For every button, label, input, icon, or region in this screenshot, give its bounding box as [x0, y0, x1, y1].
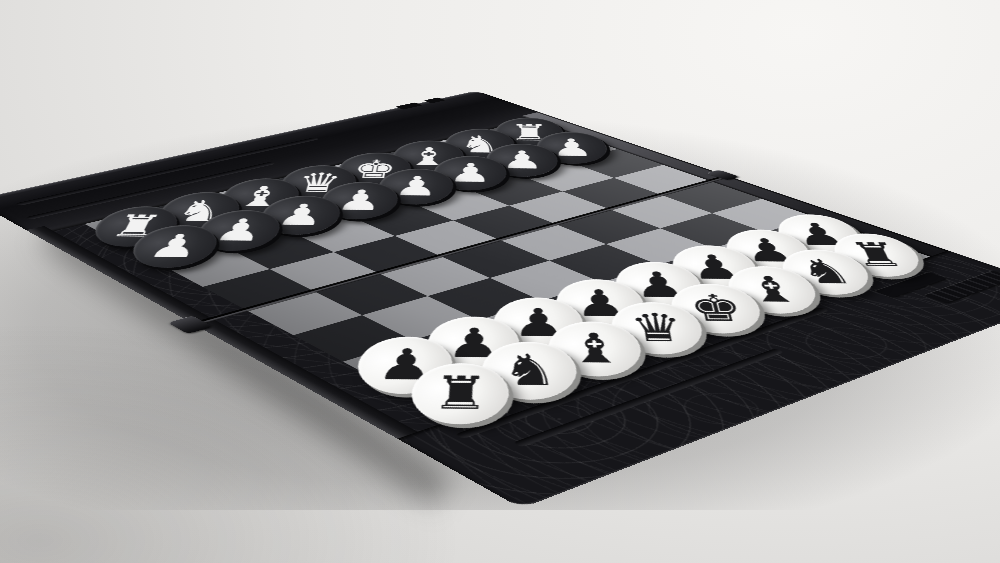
- pawn-glyph: ♟: [333, 186, 384, 214]
- photo-stage: ♜♞♝♚♛♝♞♜♟♟♟♟♟♟♟♟♟♟♟♟♟♟♟♟♜♞♝♚♛♝♞♜: [0, 0, 1000, 563]
- pawn-glyph: ♟: [272, 200, 327, 229]
- pawn-glyph: ♟: [143, 230, 205, 262]
- knight-glyph: ♞: [500, 349, 557, 393]
- pawn-glyph: ♟: [209, 215, 267, 246]
- rook-glyph: ♜: [429, 370, 489, 416]
- far-frame-clasp-tab: [395, 102, 422, 109]
- far-frame-clasp-tab: [424, 97, 446, 103]
